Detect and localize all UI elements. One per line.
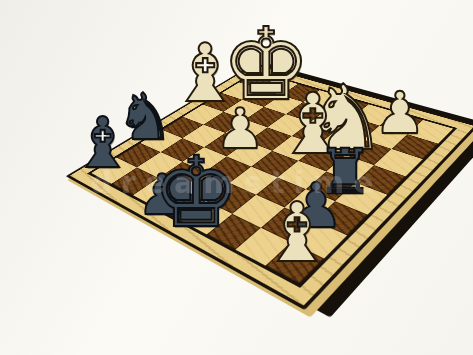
black-king: ♚ [152, 143, 240, 241]
white-bishop: ♝ [260, 192, 334, 274]
pieces-layer: ♝♞♝♚♝♞♟♜♟♚♟♝♟ [0, 0, 473, 355]
black-bishop: ♝ [72, 108, 135, 178]
illustration-canvas: ♝♞♝♚♝♞♟♜♟♚♟♝♟ dreamstime [0, 0, 473, 355]
